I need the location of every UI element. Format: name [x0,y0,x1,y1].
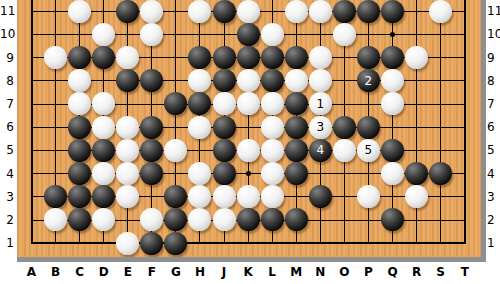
stones-grid: 21345 [19,0,476,255]
column-label-K: K [236,265,260,279]
white-stone-E1 [116,232,139,255]
white-stone-N6: 3 [309,116,332,139]
row-label-left-9: 9 [0,52,15,64]
row-label-left-6: 6 [0,121,15,133]
row-label-right-6: 6 [487,121,500,133]
black-stone-C3 [68,185,91,208]
white-stone-N7: 1 [309,92,332,115]
black-stone-L2 [261,208,284,231]
black-stone-R4 [405,162,428,185]
black-stone-J8 [213,69,236,92]
row-label-right-1: 1 [487,237,500,249]
white-stone-K5 [237,139,260,162]
board-shadow-bottom [17,257,486,262]
white-stone-D4 [92,162,115,185]
column-label-H: H [188,265,212,279]
white-stone-C7 [68,92,91,115]
black-stone-O6 [333,116,356,139]
black-stone-Q11 [381,0,404,23]
white-stone-L3 [261,185,284,208]
black-stone-L8 [261,69,284,92]
column-label-M: M [284,265,308,279]
black-stone-Q2 [381,208,404,231]
black-stone-J9 [213,46,236,69]
move-number-5: 5 [365,144,373,156]
white-stone-F10 [140,23,163,46]
white-stone-J2 [213,208,236,231]
row-label-left-7: 7 [0,98,15,110]
move-number-2: 2 [365,75,373,87]
black-stone-E11 [116,0,139,23]
white-stone-F11 [140,0,163,23]
row-label-right-5: 5 [487,144,500,156]
row-label-left-11: 11 [0,5,15,17]
black-stone-F5 [140,139,163,162]
white-stone-N11 [309,0,332,23]
black-stone-G2 [164,208,187,231]
black-stone-K10 [237,23,260,46]
white-stone-L10 [261,23,284,46]
white-stone-D10 [92,23,115,46]
column-label-C: C [68,265,92,279]
row-label-right-3: 3 [487,191,500,203]
black-stone-D9 [92,46,115,69]
row-label-right-7: 7 [487,98,500,110]
row-label-left-10: 10 [0,28,15,40]
black-stone-N5: 4 [309,139,332,162]
black-stone-Q5 [381,139,404,162]
black-stone-S4 [429,162,452,185]
row-label-right-2: 2 [487,214,500,226]
row-label-right-4: 4 [487,168,500,180]
column-label-R: R [405,265,429,279]
row-label-right-10: 10 [487,28,500,40]
black-stone-K9 [237,46,260,69]
white-stone-D6 [92,116,115,139]
black-stone-F6 [140,116,163,139]
white-stone-L4 [261,162,284,185]
black-stone-O11 [333,0,356,23]
white-stone-H3 [188,185,211,208]
black-stone-D3 [92,185,115,208]
white-stone-H11 [188,0,211,23]
column-label-E: E [116,265,140,279]
white-stone-B9 [44,46,67,69]
white-stone-E5 [116,139,139,162]
column-label-O: O [332,265,356,279]
white-stone-S11 [429,0,452,23]
white-stone-G5 [164,139,187,162]
row-label-right-8: 8 [487,75,500,87]
column-label-L: L [260,265,284,279]
black-stone-C5 [68,139,91,162]
column-label-J: J [212,265,236,279]
white-stone-H6 [188,116,211,139]
row-label-left-1: 1 [0,237,15,249]
black-stone-E8 [116,69,139,92]
white-stone-N9 [309,46,332,69]
black-stone-F1 [140,232,163,255]
black-stone-P11 [357,0,380,23]
black-stone-J4 [213,162,236,185]
white-stone-R3 [405,185,428,208]
white-stone-E3 [116,185,139,208]
white-stone-P5: 5 [357,139,380,162]
white-stone-O10 [333,23,356,46]
move-number-4: 4 [316,144,324,156]
white-stone-E9 [116,46,139,69]
white-stone-L5 [261,139,284,162]
column-label-T: T [453,265,477,279]
black-stone-M7 [285,92,308,115]
black-stone-H7 [188,92,211,115]
black-stone-F8 [140,69,163,92]
black-stone-G7 [164,92,187,115]
white-stone-D2 [92,208,115,231]
column-label-Q: Q [381,265,405,279]
row-label-left-2: 2 [0,214,15,226]
black-stone-Q9 [381,46,404,69]
white-stone-Q4 [381,162,404,185]
black-stone-C6 [68,116,91,139]
black-stone-J11 [213,0,236,23]
black-stone-J5 [213,139,236,162]
white-stone-B2 [44,208,67,231]
column-label-D: D [92,265,116,279]
black-stone-M9 [285,46,308,69]
black-stone-G1 [164,232,187,255]
black-stone-K2 [237,208,260,231]
black-stone-P9 [357,46,380,69]
column-label-S: S [429,265,453,279]
go-board[interactable]: 21345 [17,0,481,257]
white-stone-J7 [213,92,236,115]
black-stone-N3 [309,185,332,208]
white-stone-P3 [357,185,380,208]
white-stone-D7 [92,92,115,115]
white-stone-K8 [237,69,260,92]
go-diagram-screenshot: 21345 1110987654321 1110987654321 ABCDEF… [0,0,500,284]
move-number-3: 3 [316,121,324,133]
black-stone-C9 [68,46,91,69]
white-stone-F2 [140,208,163,231]
black-stone-D5 [92,139,115,162]
move-number-1: 1 [316,98,324,110]
white-stone-M8 [285,69,308,92]
row-label-left-5: 5 [0,144,15,156]
row-label-right-9: 9 [487,52,500,64]
black-stone-G3 [164,185,187,208]
white-stone-N8 [309,69,332,92]
white-stone-L7 [261,92,284,115]
column-label-P: P [356,265,380,279]
white-stone-H8 [188,69,211,92]
column-label-N: N [308,265,332,279]
white-stone-R9 [405,46,428,69]
black-stone-L9 [261,46,284,69]
black-stone-H9 [188,46,211,69]
black-stone-C4 [68,162,91,185]
column-label-G: G [164,265,188,279]
white-stone-O5 [333,139,356,162]
column-label-B: B [44,265,68,279]
white-stone-L6 [261,116,284,139]
row-label-left-4: 4 [0,168,15,180]
black-stone-P6 [357,116,380,139]
row-label-left-8: 8 [0,75,15,87]
black-stone-M2 [285,208,308,231]
white-stone-C8 [68,69,91,92]
white-stone-E4 [116,162,139,185]
column-label-A: A [20,265,44,279]
white-stone-M11 [285,0,308,23]
row-label-right-11: 11 [487,5,500,17]
white-stone-Q8 [381,69,404,92]
black-stone-M6 [285,116,308,139]
black-stone-M4 [285,162,308,185]
column-label-F: F [140,265,164,279]
black-stone-J6 [213,116,236,139]
black-stone-M5 [285,139,308,162]
white-stone-K3 [237,185,260,208]
black-stone-F4 [140,162,163,185]
white-stone-E6 [116,116,139,139]
white-stone-K11 [237,0,260,23]
row-label-left-3: 3 [0,191,15,203]
board-shadow-right [481,0,486,262]
white-stone-Q7 [381,92,404,115]
white-stone-J3 [213,185,236,208]
black-stone-B3 [44,185,67,208]
black-stone-P8: 2 [357,69,380,92]
white-stone-H4 [188,162,211,185]
white-stone-K7 [237,92,260,115]
black-stone-C2 [68,208,91,231]
white-stone-H2 [188,208,211,231]
white-stone-C11 [68,0,91,23]
